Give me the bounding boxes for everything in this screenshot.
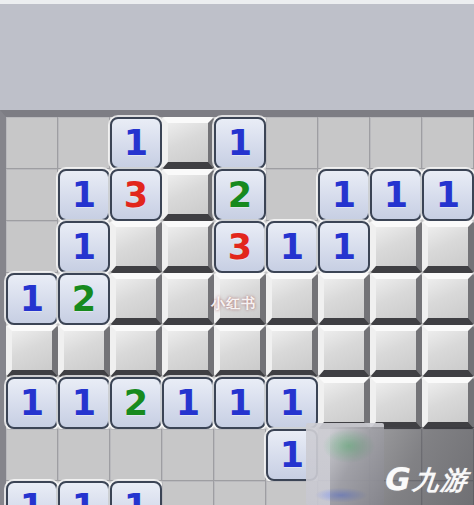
cell-r6c6[interactable]: 1 [266,377,318,429]
cell-r1c3[interactable]: 1 [110,117,162,169]
cell-r4c8[interactable] [370,273,422,325]
cell-r3c3[interactable] [110,221,162,273]
cell-r5c4[interactable] [162,325,214,377]
cell-r6c9[interactable] [422,377,474,429]
cell-r8c4 [162,481,214,505]
cell-r7c2 [58,429,110,481]
cell-r1c2 [58,117,110,169]
cell-r3c9[interactable] [422,221,474,273]
jiuyou-logo-text: 九游 [412,467,471,493]
cell-r4c7[interactable] [318,273,370,325]
cell-r1c5[interactable]: 1 [214,117,266,169]
cell-r2c7[interactable]: 1 [318,169,370,221]
cell-r1c7 [318,117,370,169]
cell-r5c3[interactable] [110,325,162,377]
cell-r6c5[interactable]: 1 [214,377,266,429]
cell-r7c3 [110,429,162,481]
cell-r6c2[interactable]: 1 [58,377,110,429]
cell-r3c2[interactable]: 1 [58,221,110,273]
cell-r2c8[interactable]: 1 [370,169,422,221]
cell-r6c4[interactable]: 1 [162,377,214,429]
cell-r2c1 [6,169,58,221]
cell-r8c5 [214,481,266,505]
cell-r4c2[interactable]: 2 [58,273,110,325]
cell-r1c1 [6,117,58,169]
cell-r4c6[interactable] [266,273,318,325]
cell-r8c3[interactable]: 1 [110,481,162,505]
cell-r1c8 [370,117,422,169]
cell-r6c1[interactable]: 1 [6,377,58,429]
jiuyou-g-icon: G [381,464,413,495]
cell-r7c4 [162,429,214,481]
cell-r5c7[interactable] [318,325,370,377]
cell-r5c9[interactable] [422,325,474,377]
cell-r7c5 [214,429,266,481]
cell-r6c8[interactable] [370,377,422,429]
corner-watermark-band: G 九游 [330,427,474,505]
cell-r3c8[interactable] [370,221,422,273]
cell-r2c2[interactable]: 1 [58,169,110,221]
cell-r6c3[interactable]: 2 [110,377,162,429]
cell-r2c6 [266,169,318,221]
minesweeper-screen: 111321111311121121111111 小红书 G 九游 [0,0,474,505]
cell-r3c4[interactable] [162,221,214,273]
cell-r8c2[interactable]: 1 [58,481,110,505]
cell-r2c4[interactable] [162,169,214,221]
cell-r6c7[interactable] [318,377,370,429]
cell-r3c1 [6,221,58,273]
cell-r5c5[interactable] [214,325,266,377]
cell-r8c1[interactable]: 1 [6,481,58,505]
cell-r1c4[interactable] [162,117,214,169]
cell-r3c6[interactable]: 1 [266,221,318,273]
cell-r5c6[interactable] [266,325,318,377]
cell-r7c1 [6,429,58,481]
xiaohongshu-watermark: 小红书 [211,295,256,313]
cell-r2c5[interactable]: 2 [214,169,266,221]
cell-r3c7[interactable]: 1 [318,221,370,273]
cell-r2c9[interactable]: 1 [422,169,474,221]
cell-r4c4[interactable] [162,273,214,325]
cell-r2c3[interactable]: 3 [110,169,162,221]
top-panel [0,4,474,110]
cell-r4c3[interactable] [110,273,162,325]
cell-r5c2[interactable] [58,325,110,377]
cell-r5c1[interactable] [6,325,58,377]
cell-r4c9[interactable] [422,273,474,325]
cell-r1c9 [422,117,474,169]
cell-r1c6 [266,117,318,169]
cell-r5c8[interactable] [370,325,422,377]
cell-r3c5[interactable]: 3 [214,221,266,273]
jiuyou-logo: G 九游 [385,464,469,495]
cell-r4c1[interactable]: 1 [6,273,58,325]
